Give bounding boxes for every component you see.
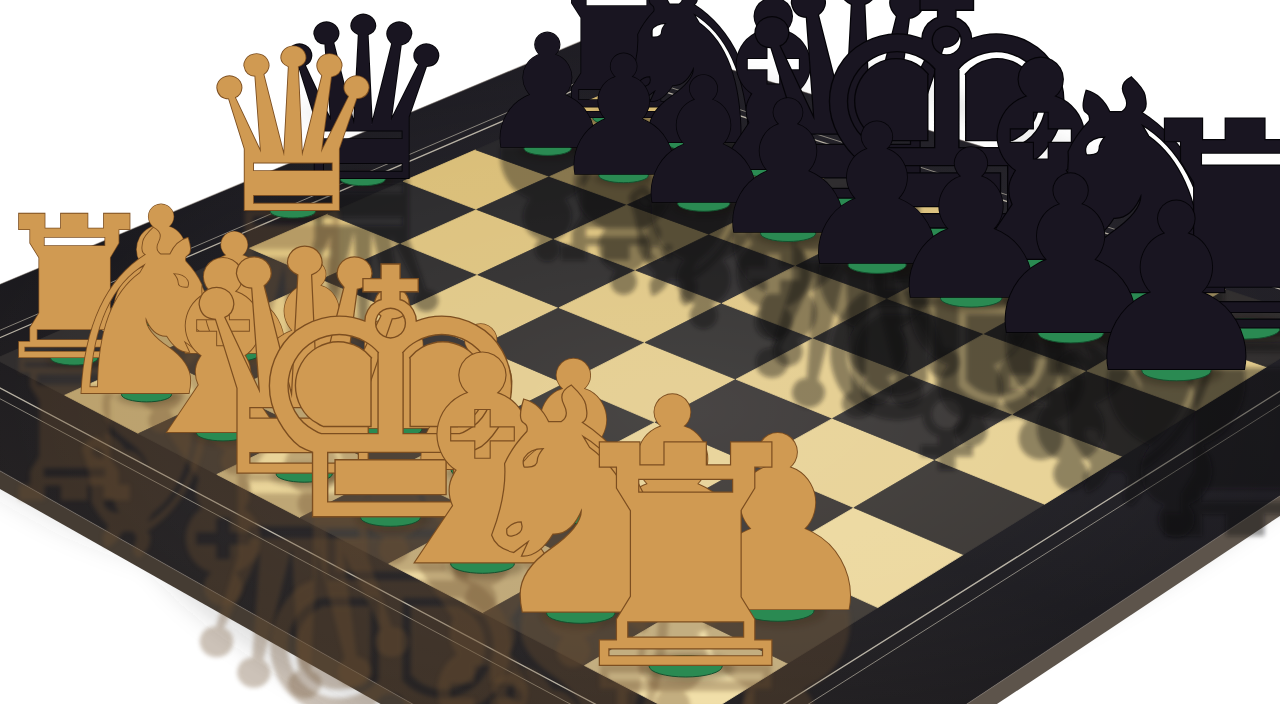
piece-white-rook-h1: ♜♜ — [549, 382, 822, 704]
chess-set-product-photo: ♜♜♞♞♟♟♝♝♟♟♛♛♛♛♟♟♛♛♚♚♟♟♝♝♟♟♞♞♟♟♟♟♜♜♟♟♟♟♜♜… — [0, 0, 1280, 704]
white-rook-glyph: ♜ — [549, 382, 822, 704]
piece-black-pawn-h7: ♟♟ — [1073, 155, 1280, 583]
black-pawn-glyph: ♟ — [1073, 155, 1280, 423]
chess-board: ♜♜♞♞♟♟♝♝♟♟♛♛♛♛♟♟♛♛♚♚♟♟♝♝♟♟♞♞♟♟♟♟♜♜♟♟♟♟♜♜… — [0, 0, 1280, 704]
